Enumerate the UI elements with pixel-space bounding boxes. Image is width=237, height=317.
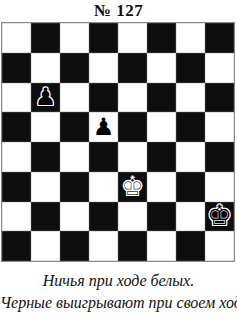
square-b7 xyxy=(31,53,60,83)
square-h2: ♚ xyxy=(205,202,234,232)
square-h6 xyxy=(205,83,234,113)
square-h5 xyxy=(205,112,234,142)
square-b8 xyxy=(31,23,60,53)
square-a1 xyxy=(2,231,31,261)
square-a5 xyxy=(2,112,31,142)
square-g3 xyxy=(176,172,205,202)
square-d7 xyxy=(89,53,118,83)
square-h1 xyxy=(205,231,234,261)
square-b5 xyxy=(31,112,60,142)
square-a2 xyxy=(2,202,31,232)
square-c7 xyxy=(60,53,89,83)
square-g4 xyxy=(176,142,205,172)
square-b1 xyxy=(31,231,60,261)
square-a7 xyxy=(2,53,31,83)
chess-board: ♟♟♚♚ xyxy=(1,22,235,262)
square-h8 xyxy=(205,23,234,53)
square-d6 xyxy=(89,83,118,113)
square-b4 xyxy=(31,142,60,172)
square-d4 xyxy=(89,142,118,172)
square-e6 xyxy=(118,83,147,113)
square-e7 xyxy=(118,53,147,83)
square-g7 xyxy=(176,53,205,83)
square-f2 xyxy=(147,202,176,232)
square-a4 xyxy=(2,142,31,172)
square-d8 xyxy=(89,23,118,53)
black-king: ♚ xyxy=(207,202,232,230)
black-pawn: ♟ xyxy=(35,85,57,109)
square-b6: ♟ xyxy=(31,83,60,113)
square-d2 xyxy=(89,202,118,232)
square-f3 xyxy=(147,172,176,202)
square-h4 xyxy=(205,142,234,172)
square-g6 xyxy=(176,83,205,113)
square-f4 xyxy=(147,142,176,172)
square-f7 xyxy=(147,53,176,83)
square-b3 xyxy=(31,172,60,202)
square-c1 xyxy=(60,231,89,261)
square-e8 xyxy=(118,23,147,53)
square-e2 xyxy=(118,202,147,232)
square-a8 xyxy=(2,23,31,53)
square-c6 xyxy=(60,83,89,113)
caption-black-to-move: Черные выигрывают при своем ходе xyxy=(0,294,237,312)
square-c5 xyxy=(60,112,89,142)
square-e4 xyxy=(118,142,147,172)
white-king: ♚ xyxy=(120,173,145,201)
square-g2 xyxy=(176,202,205,232)
square-g8 xyxy=(176,23,205,53)
square-f1 xyxy=(147,231,176,261)
square-a6 xyxy=(2,83,31,113)
book-page: № 127 ♟♟♚♚ Ничья при ходе белых. Черные … xyxy=(0,0,237,317)
square-c3 xyxy=(60,172,89,202)
square-g1 xyxy=(176,231,205,261)
diagram-number: № 127 xyxy=(0,1,237,21)
square-d1 xyxy=(89,231,118,261)
square-c4 xyxy=(60,142,89,172)
square-d3 xyxy=(89,172,118,202)
square-a3 xyxy=(2,172,31,202)
square-f5 xyxy=(147,112,176,142)
square-e3: ♚ xyxy=(118,172,147,202)
square-c8 xyxy=(60,23,89,53)
square-c2 xyxy=(60,202,89,232)
black-pawn: ♟ xyxy=(93,115,115,139)
square-e5 xyxy=(118,112,147,142)
square-h7 xyxy=(205,53,234,83)
square-e1 xyxy=(118,231,147,261)
square-b2 xyxy=(31,202,60,232)
caption-white-to-move: Ничья при ходе белых. xyxy=(0,272,237,290)
square-h3 xyxy=(205,172,234,202)
square-d5: ♟ xyxy=(89,112,118,142)
square-f6 xyxy=(147,83,176,113)
square-f8 xyxy=(147,23,176,53)
square-g5 xyxy=(176,112,205,142)
